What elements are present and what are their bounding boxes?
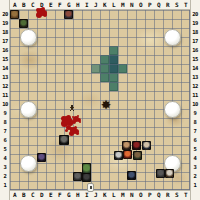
marsh-cell <box>109 64 118 73</box>
marsh-cell <box>109 55 118 64</box>
col-label: M <box>118 190 127 200</box>
row-label: 11 <box>0 91 10 100</box>
row-label: 7 <box>0 127 10 136</box>
col-label: D <box>37 0 46 10</box>
token-portrait-purple[interactable] <box>37 153 46 162</box>
col-label: N <box>127 0 136 10</box>
row-label: 12 <box>190 82 200 91</box>
pillar-token[interactable] <box>20 101 37 118</box>
col-label: B <box>19 0 28 10</box>
pillar-token[interactable] <box>20 155 37 172</box>
col-label: N <box>127 190 136 200</box>
row-label: 3 <box>0 163 10 172</box>
row-label: 3 <box>190 163 200 172</box>
col-label: E <box>46 190 55 200</box>
row-label: 10 <box>0 100 10 109</box>
row-label: 19 <box>0 19 10 28</box>
col-label: C <box>28 190 37 200</box>
row-label: 15 <box>0 55 10 64</box>
row-label: 16 <box>190 46 200 55</box>
marsh-cell <box>109 82 118 91</box>
col-label: A <box>10 0 19 10</box>
row-label: 18 <box>190 28 200 37</box>
token-portrait-green[interactable] <box>19 19 28 28</box>
col-label: P <box>145 190 154 200</box>
col-label: O <box>136 190 145 200</box>
pillar-token[interactable] <box>20 29 37 46</box>
row-label: 8 <box>190 118 200 127</box>
col-label: Q <box>154 190 163 200</box>
marsh-cell <box>109 46 118 55</box>
col-label: J <box>91 0 100 10</box>
row-label: 14 <box>190 64 200 73</box>
col-label: O <box>136 0 145 10</box>
row-label: 4 <box>190 154 200 163</box>
white-tile-token[interactable] <box>87 183 94 192</box>
col-label: H <box>73 190 82 200</box>
spider-token[interactable]: ✸ <box>101 99 111 111</box>
row-label: 14 <box>0 64 10 73</box>
col-label: H <box>73 0 82 10</box>
col-label: G <box>64 190 73 200</box>
token-portrait-white[interactable] <box>114 151 123 160</box>
row-label: 2 <box>0 172 10 181</box>
row-label: 13 <box>190 73 200 82</box>
col-label: K <box>100 0 109 10</box>
vtt-battle-map: AABBCCDDEEFFGGHHIIJJKKLLMMNNOOPPQQRRSSTT… <box>0 0 200 200</box>
col-label: C <box>28 0 37 10</box>
row-label: 6 <box>0 136 10 145</box>
row-label: 6 <box>190 136 200 145</box>
col-label: B <box>19 190 28 200</box>
row-label: 12 <box>0 82 10 91</box>
col-label: A <box>10 190 19 200</box>
col-label: I <box>82 0 91 10</box>
blood-splat <box>70 127 77 134</box>
row-label: 10 <box>190 100 200 109</box>
marsh-cell <box>100 55 109 64</box>
row-label: 5 <box>0 145 10 154</box>
row-label: 20 <box>0 10 10 19</box>
row-label: 1 <box>0 181 10 190</box>
col-label: S <box>172 190 181 200</box>
col-label: Q <box>154 0 163 10</box>
row-label: 19 <box>190 19 200 28</box>
marsh-cell <box>118 64 127 73</box>
row-label: 2 <box>190 172 200 181</box>
token-brown-creature[interactable] <box>10 10 19 19</box>
row-label: 15 <box>190 55 200 64</box>
row-label: 16 <box>0 46 10 55</box>
token-portrait-orange-red[interactable] <box>123 150 132 159</box>
col-label: G <box>64 0 73 10</box>
col-label: L <box>109 0 118 10</box>
row-label: 5 <box>190 145 200 154</box>
col-label: M <box>118 0 127 10</box>
marsh-cell <box>109 73 118 82</box>
col-label: T <box>181 190 190 200</box>
humanoid-figure-token[interactable] <box>71 105 72 106</box>
col-label: K <box>100 190 109 200</box>
token-portrait-green-brown[interactable] <box>133 151 142 160</box>
col-label: D <box>37 190 46 200</box>
token-portrait-blue-red[interactable] <box>64 10 73 19</box>
col-label: F <box>55 0 64 10</box>
token-dark-token[interactable] <box>82 173 91 182</box>
row-label: 11 <box>190 91 200 100</box>
col-label: E <box>46 0 55 10</box>
col-label: T <box>181 0 190 10</box>
token-portrait-bearded[interactable] <box>165 169 174 178</box>
row-label: 4 <box>0 154 10 163</box>
row-label: 7 <box>190 127 200 136</box>
token-dark-token[interactable] <box>156 169 165 178</box>
token-portrait-pale-blue[interactable] <box>142 141 151 150</box>
col-label: L <box>109 190 118 200</box>
marsh-cell <box>91 64 100 73</box>
marsh-cell <box>100 64 109 73</box>
row-label: 17 <box>0 37 10 46</box>
marsh-cell <box>100 73 109 82</box>
row-label: 1 <box>190 181 200 190</box>
token-dark-square-grey[interactable] <box>59 135 69 145</box>
token-portrait-red-dark[interactable] <box>132 141 141 150</box>
row-label: 17 <box>190 37 200 46</box>
token-dark-token[interactable] <box>73 172 82 181</box>
pillar-token[interactable] <box>164 29 181 46</box>
col-label: R <box>163 0 172 10</box>
row-label: 20 <box>190 10 200 19</box>
col-label: R <box>163 190 172 200</box>
row-label: 18 <box>0 28 10 37</box>
row-label: 9 <box>0 109 10 118</box>
pillar-token[interactable] <box>164 101 181 118</box>
token-portrait-tan[interactable] <box>122 141 131 150</box>
row-label: 8 <box>0 118 10 127</box>
col-label: P <box>145 0 154 10</box>
col-label: S <box>172 0 181 10</box>
row-label: 9 <box>190 109 200 118</box>
token-portrait-blue-figure[interactable] <box>127 171 136 180</box>
col-label: F <box>55 190 64 200</box>
row-label: 13 <box>0 73 10 82</box>
blood-splat <box>73 116 79 122</box>
